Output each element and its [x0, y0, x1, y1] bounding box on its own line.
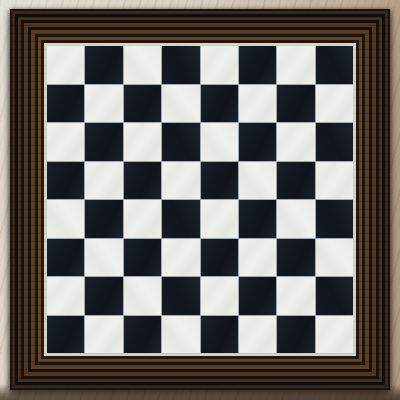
square-e7[interactable] — [201, 85, 238, 123]
square-h8[interactable] — [316, 46, 353, 84]
square-e8[interactable] — [201, 46, 238, 84]
square-g8[interactable] — [277, 46, 314, 84]
square-d3[interactable] — [162, 239, 199, 277]
square-c1[interactable] — [124, 316, 161, 354]
square-c6[interactable] — [124, 123, 161, 161]
table-surface — [0, 0, 400, 400]
square-e2[interactable] — [201, 277, 238, 315]
square-e4[interactable] — [201, 200, 238, 238]
square-a7[interactable] — [47, 85, 84, 123]
square-h1[interactable] — [316, 316, 353, 354]
square-c4[interactable] — [124, 200, 161, 238]
square-a4[interactable] — [47, 200, 84, 238]
square-c8[interactable] — [124, 46, 161, 84]
square-a8[interactable] — [47, 46, 84, 84]
square-f3[interactable] — [239, 239, 276, 277]
square-f5[interactable] — [239, 162, 276, 200]
square-c5[interactable] — [124, 162, 161, 200]
square-g5[interactable] — [277, 162, 314, 200]
square-g7[interactable] — [277, 85, 314, 123]
square-g3[interactable] — [277, 239, 314, 277]
square-d5[interactable] — [162, 162, 199, 200]
square-c7[interactable] — [124, 85, 161, 123]
square-a5[interactable] — [47, 162, 84, 200]
square-g1[interactable] — [277, 316, 314, 354]
square-d2[interactable] — [162, 277, 199, 315]
square-g4[interactable] — [277, 200, 314, 238]
square-b5[interactable] — [85, 162, 122, 200]
square-c2[interactable] — [124, 277, 161, 315]
square-e6[interactable] — [201, 123, 238, 161]
square-h3[interactable] — [316, 239, 353, 277]
square-g2[interactable] — [277, 277, 314, 315]
square-d1[interactable] — [162, 316, 199, 354]
square-d4[interactable] — [162, 200, 199, 238]
square-d8[interactable] — [162, 46, 199, 84]
square-c3[interactable] — [124, 239, 161, 277]
square-h4[interactable] — [316, 200, 353, 238]
square-d7[interactable] — [162, 85, 199, 123]
square-h6[interactable] — [316, 123, 353, 161]
square-a1[interactable] — [47, 316, 84, 354]
square-b3[interactable] — [85, 239, 122, 277]
square-h5[interactable] — [316, 162, 353, 200]
square-b1[interactable] — [85, 316, 122, 354]
square-f2[interactable] — [239, 277, 276, 315]
square-b6[interactable] — [85, 123, 122, 161]
square-f1[interactable] — [239, 316, 276, 354]
square-h7[interactable] — [316, 85, 353, 123]
square-f7[interactable] — [239, 85, 276, 123]
square-a6[interactable] — [47, 123, 84, 161]
square-e3[interactable] — [201, 239, 238, 277]
square-g6[interactable] — [277, 123, 314, 161]
square-a3[interactable] — [47, 239, 84, 277]
square-a2[interactable] — [47, 277, 84, 315]
square-e5[interactable] — [201, 162, 238, 200]
square-h2[interactable] — [316, 277, 353, 315]
square-f6[interactable] — [239, 123, 276, 161]
square-f4[interactable] — [239, 200, 276, 238]
square-b2[interactable] — [85, 277, 122, 315]
square-b8[interactable] — [85, 46, 122, 84]
square-d6[interactable] — [162, 123, 199, 161]
chess-board — [47, 46, 353, 353]
square-f8[interactable] — [239, 46, 276, 84]
square-b4[interactable] — [85, 200, 122, 238]
square-e1[interactable] — [201, 316, 238, 354]
square-b7[interactable] — [85, 85, 122, 123]
